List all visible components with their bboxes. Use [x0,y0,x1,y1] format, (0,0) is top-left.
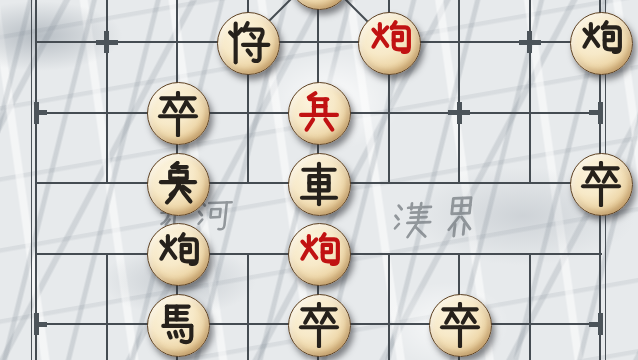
file-line-1-top [106,0,108,183]
piece-black-elephant-c5[interactable] [147,153,210,216]
river-glyph-界 [436,194,485,240]
point-marker-a4 [25,102,47,124]
piece-black-soldier-e7[interactable] [288,294,351,357]
point-marker-i4 [589,102,611,124]
black-卒-glyph [155,91,201,137]
black-車-glyph [296,161,342,207]
black-炮-glyph [578,20,624,66]
black-卒-glyph [296,302,342,348]
black-炮-glyph [155,232,201,278]
file-line-7-bottom [529,254,531,360]
xiangqi-board[interactable] [0,0,638,360]
piece-black-cannon-i3[interactable] [570,12,633,75]
file-line-6-top [458,0,460,183]
river-text-界 [435,194,484,244]
file-line-7-top [529,0,531,183]
file-line-1-bottom [106,254,108,360]
file-line-0 [35,0,37,360]
point-marker-i7 [589,313,611,335]
file-line-5-bottom [388,254,390,360]
red-兵-glyph [296,91,342,137]
piece-black-cannon-c6[interactable] [147,223,210,286]
point-marker-h3 [519,31,541,53]
piece-black-soldier-g7[interactable] [429,294,492,357]
piece-red-soldier-e4[interactable] [288,82,351,145]
black-卒-glyph [437,302,483,348]
black-將-glyph [226,20,272,66]
piece-black-soldier-c4[interactable] [147,82,210,145]
piece-black-general-d3[interactable] [217,12,280,75]
river-glyph-漢 [389,199,436,242]
point-marker-g4 [448,102,470,124]
piece-unknown-piece-cut-off-at-top-e2[interactable] [288,0,351,10]
black-馬-glyph [155,302,201,348]
piece-black-chariot-e5[interactable] [288,153,351,216]
board-border-left [31,0,33,360]
black-象-glyph [155,161,201,207]
river-text-漢 [388,199,435,246]
red-炮-glyph [296,232,342,278]
piece-red-cannon-f3[interactable] [358,12,421,75]
piece-black-soldier-i5[interactable] [570,153,633,216]
red-炮-glyph [367,20,413,66]
point-marker-a7 [25,313,47,335]
rank-line-3 [36,41,602,43]
point-marker-b3 [96,31,118,53]
black-卒-glyph [578,161,624,207]
piece-black-horse-c7[interactable] [147,294,210,357]
file-line-3-bottom [247,254,249,360]
piece-red-cannon-e6[interactable] [288,223,351,286]
